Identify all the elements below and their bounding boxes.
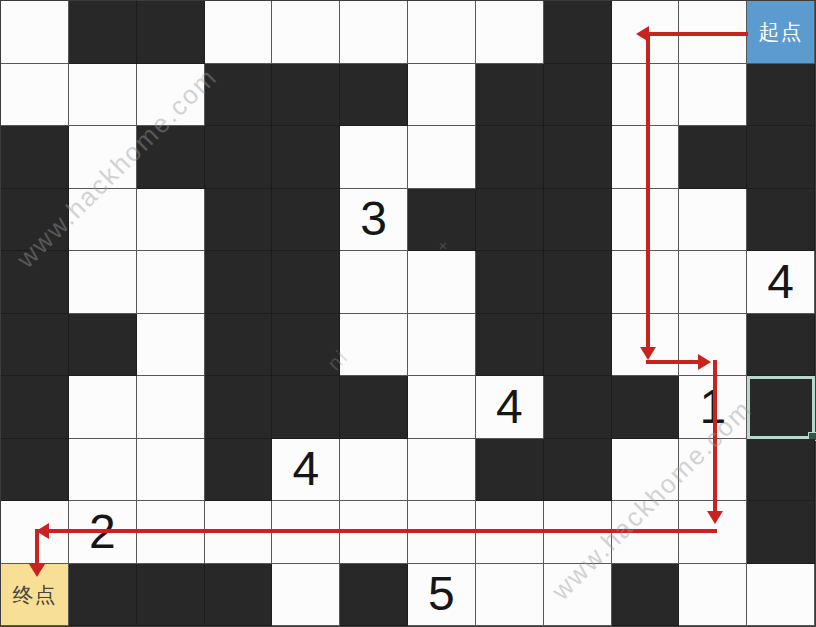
open-cell-r9c11[interactable]: [747, 564, 815, 627]
open-cell-r2c6[interactable]: [408, 126, 476, 189]
open-cell-r6c2[interactable]: [137, 376, 205, 439]
wall-cell-r6c8[interactable]: [544, 376, 612, 439]
wall-cell-r1c3[interactable]: [205, 64, 273, 127]
open-cell-r4c2[interactable]: [137, 251, 205, 314]
open-cell-r9c8[interactable]: [544, 564, 612, 627]
wall-cell-r9c3[interactable]: [205, 564, 273, 627]
open-cell-r3c9[interactable]: [612, 189, 680, 252]
wall-cell-r3c0[interactable]: [1, 189, 69, 252]
open-cell-r7c2[interactable]: [137, 439, 205, 502]
open-cell-r7c1[interactable]: [69, 439, 137, 502]
wall-cell-r3c4[interactable]: [272, 189, 340, 252]
open-cell-r8c8[interactable]: [544, 501, 612, 564]
wall-cell-r5c8[interactable]: [544, 314, 612, 377]
wall-cell-r5c11[interactable]: [747, 314, 815, 377]
wall-cell-r6c3[interactable]: [205, 376, 273, 439]
wall-cell-r2c10[interactable]: [679, 126, 747, 189]
wall-cell-r2c8[interactable]: [544, 126, 612, 189]
cell-number: 1: [699, 383, 726, 431]
open-cell-r8c2[interactable]: [137, 501, 205, 564]
wall-cell-r8c11[interactable]: [747, 501, 815, 564]
open-cell-r5c2[interactable]: [137, 314, 205, 377]
maze-grid: 起点344142终点5: [0, 0, 816, 627]
open-cell-r0c0[interactable]: [1, 1, 69, 64]
puzzle-board: 起点344142终点5 www.hackhome.comwww.hackhome…: [0, 0, 816, 627]
wall-cell-r5c4[interactable]: [272, 314, 340, 377]
open-cell-r0c10[interactable]: [679, 1, 747, 64]
open-cell-r5c5[interactable]: [340, 314, 408, 377]
open-cell-r4c9[interactable]: [612, 251, 680, 314]
wall-cell-r0c1[interactable]: [69, 1, 137, 64]
wall-cell-r5c0[interactable]: [1, 314, 69, 377]
number-cell-r9c6[interactable]: 5: [408, 564, 476, 627]
wall-cell-r7c7[interactable]: [476, 439, 544, 502]
end-label: 终点: [12, 584, 56, 605]
open-cell-r0c7[interactable]: [476, 1, 544, 64]
open-cell-r4c6[interactable]: [408, 251, 476, 314]
open-cell-r8c7[interactable]: [476, 501, 544, 564]
open-cell-r0c4[interactable]: [272, 1, 340, 64]
open-cell-r1c9[interactable]: [612, 64, 680, 127]
wall-cell-r2c0[interactable]: [1, 126, 69, 189]
start-label: 起点: [759, 21, 803, 42]
wall-cell-r3c6[interactable]: [408, 189, 476, 252]
open-cell-r1c1[interactable]: [69, 64, 137, 127]
open-cell-r3c2[interactable]: [137, 189, 205, 252]
open-cell-r1c10[interactable]: [679, 64, 747, 127]
open-cell-r2c5[interactable]: [340, 126, 408, 189]
number-cell-r3c5[interactable]: 3: [340, 189, 408, 252]
open-cell-r5c6[interactable]: [408, 314, 476, 377]
cell-number: 3: [360, 195, 387, 243]
selected-cell-r6c11[interactable]: [747, 376, 815, 439]
open-cell-r8c5[interactable]: [340, 501, 408, 564]
wall-cell-r5c7[interactable]: [476, 314, 544, 377]
open-cell-r5c10[interactable]: [679, 314, 747, 377]
number-cell-r4c11[interactable]: 4: [747, 251, 815, 314]
wall-cell-r5c1[interactable]: [69, 314, 137, 377]
wall-cell-r3c3[interactable]: [205, 189, 273, 252]
wall-cell-r7c11[interactable]: [747, 439, 815, 502]
wall-cell-r7c8[interactable]: [544, 439, 612, 502]
open-cell-r3c10[interactable]: [679, 189, 747, 252]
open-cell-r1c2[interactable]: [137, 64, 205, 127]
wall-cell-r9c2[interactable]: [137, 564, 205, 627]
wall-cell-r3c8[interactable]: [544, 189, 612, 252]
open-cell-r8c3[interactable]: [205, 501, 273, 564]
open-cell-r7c10[interactable]: [679, 439, 747, 502]
wall-cell-r2c3[interactable]: [205, 126, 273, 189]
wall-cell-r1c4[interactable]: [272, 64, 340, 127]
open-cell-r2c9[interactable]: [612, 126, 680, 189]
open-cell-r8c4[interactable]: [272, 501, 340, 564]
open-cell-r4c1[interactable]: [69, 251, 137, 314]
open-cell-r0c9[interactable]: [612, 1, 680, 64]
wall-cell-r1c8[interactable]: [544, 64, 612, 127]
number-cell-r6c10[interactable]: 1: [679, 376, 747, 439]
open-cell-r6c6[interactable]: [408, 376, 476, 439]
wall-cell-r2c4[interactable]: [272, 126, 340, 189]
cell-number: 4: [292, 445, 319, 493]
open-cell-r0c5[interactable]: [340, 1, 408, 64]
open-cell-r1c0[interactable]: [1, 64, 69, 127]
wall-cell-r9c1[interactable]: [69, 564, 137, 627]
wall-cell-r1c7[interactable]: [476, 64, 544, 127]
open-cell-r7c6[interactable]: [408, 439, 476, 502]
number-cell-r8c1[interactable]: 2: [69, 501, 137, 564]
open-cell-r0c3[interactable]: [205, 1, 273, 64]
open-cell-r0c6[interactable]: [408, 1, 476, 64]
cell-number: 4: [767, 258, 794, 306]
wall-cell-r2c2[interactable]: [137, 126, 205, 189]
wall-cell-r4c7[interactable]: [476, 251, 544, 314]
cell-number: 2: [89, 508, 116, 556]
open-cell-r6c1[interactable]: [69, 376, 137, 439]
open-cell-r9c4[interactable]: [272, 564, 340, 627]
open-cell-r1c6[interactable]: [408, 64, 476, 127]
cell-number: 5: [428, 570, 455, 618]
wall-cell-r1c11[interactable]: [747, 64, 815, 127]
open-cell-r3c1[interactable]: [69, 189, 137, 252]
wall-cell-r6c9[interactable]: [612, 376, 680, 439]
open-cell-r4c5[interactable]: [340, 251, 408, 314]
wall-cell-r3c7[interactable]: [476, 189, 544, 252]
open-cell-r9c7[interactable]: [476, 564, 544, 627]
start-cell-r0c11[interactable]: 起点: [747, 1, 815, 64]
wall-cell-r4c4[interactable]: [272, 251, 340, 314]
open-cell-r8c0[interactable]: [1, 501, 69, 564]
end-cell-r9c0[interactable]: 终点: [1, 564, 69, 627]
open-cell-r7c5[interactable]: [340, 439, 408, 502]
wall-cell-r2c7[interactable]: [476, 126, 544, 189]
wall-cell-r7c3[interactable]: [205, 439, 273, 502]
cell-number: 4: [496, 383, 523, 431]
open-cell-r2c1[interactable]: [69, 126, 137, 189]
wall-cell-r0c2[interactable]: [137, 1, 205, 64]
wall-cell-r6c5[interactable]: [340, 376, 408, 439]
open-cell-r8c10[interactable]: [679, 501, 747, 564]
wall-cell-r4c8[interactable]: [544, 251, 612, 314]
wall-cell-r2c11[interactable]: [747, 126, 815, 189]
open-cell-r4c10[interactable]: [679, 251, 747, 314]
wall-cell-r4c3[interactable]: [205, 251, 273, 314]
number-cell-r7c4[interactable]: 4: [272, 439, 340, 502]
wall-cell-r6c4[interactable]: [272, 376, 340, 439]
wall-cell-r1c5[interactable]: [340, 64, 408, 127]
wall-cell-r0c8[interactable]: [544, 1, 612, 64]
wall-cell-r7c0[interactable]: [1, 439, 69, 502]
open-cell-r5c9[interactable]: [612, 314, 680, 377]
wall-cell-r4c0[interactable]: [1, 251, 69, 314]
open-cell-r8c9[interactable]: [612, 501, 680, 564]
wall-cell-r3c11[interactable]: [747, 189, 815, 252]
open-cell-r8c6[interactable]: [408, 501, 476, 564]
open-cell-r7c9[interactable]: [612, 439, 680, 502]
open-cell-r9c10[interactable]: [679, 564, 747, 627]
number-cell-r6c7[interactable]: 4: [476, 376, 544, 439]
wall-cell-r6c0[interactable]: [1, 376, 69, 439]
wall-cell-r9c9[interactable]: [612, 564, 680, 627]
wall-cell-r9c5[interactable]: [340, 564, 408, 627]
wall-cell-r5c3[interactable]: [205, 314, 273, 377]
